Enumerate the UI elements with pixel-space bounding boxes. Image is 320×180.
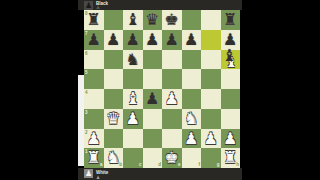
player-bar-black: ♟ Black ♙	[78, 0, 242, 10]
rank-label-3: 3	[85, 110, 88, 115]
white-rook: ♜	[84, 148, 104, 168]
square-a7[interactable]: 7♟	[84, 30, 104, 50]
file-label-f: f	[199, 162, 201, 167]
black-rook: ♜	[221, 10, 241, 30]
white-captured-pieces: ♟	[96, 175, 100, 180]
square-d1[interactable]: d	[143, 148, 163, 168]
black-bishop: ♝	[220, 46, 240, 66]
scrollbar-strip[interactable]	[78, 75, 84, 166]
square-g2[interactable]: ♟	[201, 129, 221, 149]
square-e8[interactable]: ♚	[162, 10, 182, 30]
square-c1[interactable]: c	[123, 148, 143, 168]
player-bar-white: ♟ White ♟	[78, 168, 242, 180]
square-h4[interactable]	[221, 89, 241, 109]
square-g4[interactable]	[201, 89, 221, 109]
black-pawn: ♟	[84, 30, 104, 50]
square-a4[interactable]: 4	[84, 89, 104, 109]
square-h8[interactable]: ♜	[221, 10, 241, 30]
square-f7[interactable]: ♟	[182, 30, 202, 50]
square-e1[interactable]: e♚	[162, 148, 182, 168]
square-f5[interactable]	[182, 69, 202, 89]
square-c7[interactable]: ♟	[123, 30, 143, 50]
square-f1[interactable]: f	[182, 148, 202, 168]
white-pawn: ♟	[201, 129, 221, 149]
square-a8[interactable]: 8♜	[84, 10, 104, 30]
square-f3[interactable]: ♞	[182, 109, 202, 129]
square-b1[interactable]: b♞	[104, 148, 124, 168]
black-knight: ♞	[123, 50, 143, 70]
black-pawn: ♟	[162, 30, 182, 50]
square-f4[interactable]	[182, 89, 202, 109]
square-b3[interactable]: ♛	[104, 109, 124, 129]
square-b8[interactable]	[104, 10, 124, 30]
square-f2[interactable]: ♟	[182, 129, 202, 149]
square-h3[interactable]	[221, 109, 241, 129]
square-a2[interactable]: 2♟	[84, 129, 104, 149]
square-b2[interactable]	[104, 129, 124, 149]
white-knight: ♞	[104, 148, 124, 168]
square-d4[interactable]: ♟	[143, 89, 163, 109]
square-c3[interactable]: ♟	[123, 109, 143, 129]
square-c4[interactable]: ♝	[123, 89, 143, 109]
black-pawn: ♟	[143, 30, 163, 50]
white-king: ♚	[162, 148, 182, 168]
file-label-g: g	[217, 162, 220, 167]
square-e3[interactable]	[162, 109, 182, 129]
square-g7[interactable]	[201, 30, 221, 50]
square-c5[interactable]	[123, 69, 143, 89]
white-pawn: ♟	[162, 89, 182, 109]
rank-label-4: 4	[85, 90, 88, 95]
black-bishop: ♝	[123, 10, 143, 30]
square-a3[interactable]: 3	[84, 109, 104, 129]
square-g8[interactable]	[201, 10, 221, 30]
black-queen: ♛	[143, 10, 163, 30]
square-g6[interactable]	[201, 50, 221, 70]
file-label-d: d	[158, 162, 161, 167]
app-column: ♟ Black ♙ 8♜♝♛♚♜7♟♟♟♟♟♟♟6♞♝♝54♝♟♟3♛♟♞2♟♟…	[78, 0, 242, 180]
white-rook: ♜	[221, 148, 241, 168]
square-b6[interactable]	[104, 50, 124, 70]
square-c8[interactable]: ♝	[123, 10, 143, 30]
white-bishop: ♝	[123, 89, 143, 109]
square-d3[interactable]	[143, 109, 163, 129]
square-f8[interactable]	[182, 10, 202, 30]
black-pawn: ♟	[104, 30, 124, 50]
square-b7[interactable]: ♟	[104, 30, 124, 50]
square-c6[interactable]: ♞	[123, 50, 143, 70]
square-c2[interactable]	[123, 129, 143, 149]
white-pawn: ♟	[221, 129, 241, 149]
square-b5[interactable]	[104, 69, 124, 89]
square-e5[interactable]	[162, 69, 182, 89]
square-g1[interactable]: g	[201, 148, 221, 168]
square-a1[interactable]: 1a♜	[84, 148, 104, 168]
square-g3[interactable]	[201, 109, 221, 129]
rank-label-6: 6	[85, 51, 88, 56]
square-h2[interactable]: ♟	[221, 129, 241, 149]
square-d5[interactable]	[143, 69, 163, 89]
square-e6[interactable]	[162, 50, 182, 70]
black-pawn: ♟	[143, 89, 163, 109]
square-g5[interactable]	[201, 69, 221, 89]
black-king: ♚	[162, 10, 182, 30]
video-frame: ♟ Black ♙ 8♜♝♛♚♜7♟♟♟♟♟♟♟6♞♝♝54♝♟♟3♛♟♞2♟♟…	[0, 0, 320, 180]
white-knight: ♞	[182, 109, 202, 129]
rank-label-5: 5	[85, 70, 88, 75]
black-pawn: ♟	[123, 30, 143, 50]
square-h1[interactable]: h♜	[221, 148, 241, 168]
black-pawn: ♟	[182, 30, 202, 50]
white-pawn: ♟	[182, 129, 202, 149]
white-pawn: ♟	[123, 109, 143, 129]
square-d7[interactable]: ♟	[143, 30, 163, 50]
square-e2[interactable]	[162, 129, 182, 149]
square-h6[interactable]: ♝♝	[221, 50, 241, 70]
black-rook: ♜	[84, 10, 104, 30]
square-a5[interactable]: 5	[84, 69, 104, 89]
white-queen: ♛	[104, 109, 124, 129]
white-pawn: ♟	[84, 129, 104, 149]
square-d6[interactable]	[143, 50, 163, 70]
file-label-c: c	[139, 162, 142, 167]
square-f6[interactable]	[182, 50, 202, 70]
white-avatar[interactable]: ♟	[84, 169, 93, 178]
black-avatar[interactable]: ♟	[84, 1, 93, 10]
square-d8[interactable]: ♛	[143, 10, 163, 30]
square-e7[interactable]: ♟	[162, 30, 182, 50]
chess-board[interactable]: 8♜♝♛♚♜7♟♟♟♟♟♟♟6♞♝♝54♝♟♟3♛♟♞2♟♟♟♟1a♜b♞cde…	[84, 10, 240, 168]
square-d2[interactable]	[143, 129, 163, 149]
square-a6[interactable]: 6	[84, 50, 104, 70]
square-b4[interactable]	[104, 89, 124, 109]
square-e4[interactable]: ♟	[162, 89, 182, 109]
